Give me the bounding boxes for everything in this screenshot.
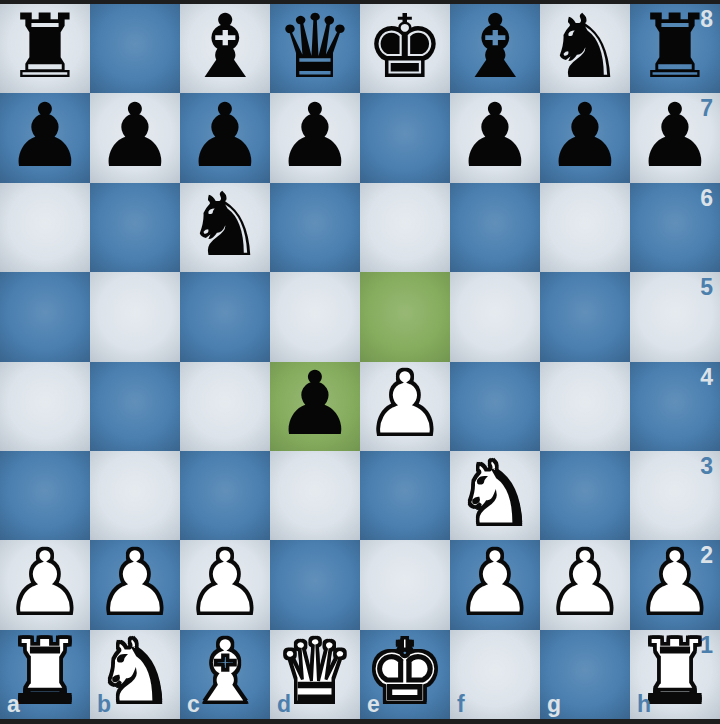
black-pawn[interactable]: ♟: [276, 362, 355, 449]
square-b2[interactable]: ♟: [90, 540, 180, 629]
square-h5[interactable]: 5: [630, 272, 720, 361]
white-pawn[interactable]: ♟: [456, 540, 535, 627]
square-d8[interactable]: ♛: [270, 4, 360, 93]
square-g6[interactable]: [540, 183, 630, 272]
square-f3[interactable]: ♞: [450, 451, 540, 540]
rank-label-4: 4: [700, 366, 713, 389]
bottom-frame-bar: [0, 719, 720, 724]
square-e1[interactable]: ♚e: [360, 630, 450, 719]
rank-label-8: 8: [700, 8, 713, 31]
square-a7[interactable]: ♟: [0, 93, 90, 182]
square-g8[interactable]: ♞: [540, 4, 630, 93]
square-d1[interactable]: ♛d: [270, 630, 360, 719]
white-pawn[interactable]: ♟: [366, 362, 445, 449]
square-a6[interactable]: [0, 183, 90, 272]
square-e3[interactable]: [360, 451, 450, 540]
black-knight[interactable]: ♞: [546, 4, 625, 91]
square-d4[interactable]: ♟: [270, 362, 360, 451]
square-h8[interactable]: ♜8: [630, 4, 720, 93]
square-c5[interactable]: [180, 272, 270, 361]
square-b5[interactable]: [90, 272, 180, 361]
white-pawn[interactable]: ♟: [546, 540, 625, 627]
square-a3[interactable]: [0, 451, 90, 540]
square-c4[interactable]: [180, 362, 270, 451]
white-knight[interactable]: ♞: [456, 451, 535, 538]
square-h1[interactable]: ♜1h: [630, 630, 720, 719]
square-b1[interactable]: ♞b: [90, 630, 180, 719]
rank-label-7: 7: [700, 97, 713, 120]
file-label-h: h: [637, 693, 651, 716]
black-pawn[interactable]: ♟: [96, 93, 175, 180]
square-e8[interactable]: ♚: [360, 4, 450, 93]
square-b7[interactable]: ♟: [90, 93, 180, 182]
square-f4[interactable]: [450, 362, 540, 451]
square-c7[interactable]: ♟: [180, 93, 270, 182]
file-label-d: d: [277, 693, 291, 716]
square-h2[interactable]: ♟2: [630, 540, 720, 629]
black-pawn[interactable]: ♟: [186, 93, 265, 180]
black-pawn[interactable]: ♟: [546, 93, 625, 180]
black-pawn[interactable]: ♟: [6, 93, 85, 180]
square-f5[interactable]: [450, 272, 540, 361]
square-d5[interactable]: [270, 272, 360, 361]
file-label-e: e: [367, 693, 380, 716]
square-e4[interactable]: ♟: [360, 362, 450, 451]
square-b6[interactable]: [90, 183, 180, 272]
square-a1[interactable]: ♜a: [0, 630, 90, 719]
square-g3[interactable]: [540, 451, 630, 540]
file-label-a: a: [7, 693, 20, 716]
black-rook[interactable]: ♜: [6, 4, 85, 91]
square-d7[interactable]: ♟: [270, 93, 360, 182]
square-f2[interactable]: ♟: [450, 540, 540, 629]
black-pawn[interactable]: ♟: [456, 93, 535, 180]
chess-app-screen: ♜♝♛♚♝♞♜8♟♟♟♟♟♟♟7♞65♟♟4♞3♟♟♟♟♟♟2♜a♞b♝c♛d♚…: [0, 0, 720, 724]
file-label-c: c: [187, 693, 200, 716]
square-e2[interactable]: [360, 540, 450, 629]
black-bishop[interactable]: ♝: [186, 4, 265, 91]
rank-label-5: 5: [700, 276, 713, 299]
square-a2[interactable]: ♟: [0, 540, 90, 629]
square-h4[interactable]: 4: [630, 362, 720, 451]
square-d3[interactable]: [270, 451, 360, 540]
black-pawn[interactable]: ♟: [276, 93, 355, 180]
rank-label-6: 6: [700, 187, 713, 210]
rank-label-1: 1: [700, 634, 713, 657]
white-pawn[interactable]: ♟: [186, 540, 265, 627]
square-h7[interactable]: ♟7: [630, 93, 720, 182]
square-g7[interactable]: ♟: [540, 93, 630, 182]
file-label-b: b: [97, 693, 111, 716]
square-a5[interactable]: [0, 272, 90, 361]
square-g4[interactable]: [540, 362, 630, 451]
square-b3[interactable]: [90, 451, 180, 540]
square-e6[interactable]: [360, 183, 450, 272]
square-d6[interactable]: [270, 183, 360, 272]
square-f1[interactable]: f: [450, 630, 540, 719]
square-f7[interactable]: ♟: [450, 93, 540, 182]
square-g1[interactable]: g: [540, 630, 630, 719]
black-king[interactable]: ♚: [366, 4, 445, 91]
square-d2[interactable]: [270, 540, 360, 629]
black-bishop[interactable]: ♝: [456, 4, 535, 91]
rank-label-2: 2: [700, 544, 713, 567]
square-g2[interactable]: ♟: [540, 540, 630, 629]
square-b8[interactable]: [90, 4, 180, 93]
square-h3[interactable]: 3: [630, 451, 720, 540]
chess-board: ♜♝♛♚♝♞♜8♟♟♟♟♟♟♟7♞65♟♟4♞3♟♟♟♟♟♟2♜a♞b♝c♛d♚…: [0, 4, 720, 719]
square-c6[interactable]: ♞: [180, 183, 270, 272]
rank-label-3: 3: [700, 455, 713, 478]
square-e7[interactable]: [360, 93, 450, 182]
square-f8[interactable]: ♝: [450, 4, 540, 93]
file-label-g: g: [547, 693, 561, 716]
square-a8[interactable]: ♜: [0, 4, 90, 93]
black-knight[interactable]: ♞: [186, 183, 265, 270]
square-e5[interactable]: [360, 272, 450, 361]
square-c8[interactable]: ♝: [180, 4, 270, 93]
white-pawn[interactable]: ♟: [96, 540, 175, 627]
square-g5[interactable]: [540, 272, 630, 361]
square-b4[interactable]: [90, 362, 180, 451]
square-c2[interactable]: ♟: [180, 540, 270, 629]
square-h6[interactable]: 6: [630, 183, 720, 272]
square-a4[interactable]: [0, 362, 90, 451]
file-label-f: f: [457, 693, 465, 716]
square-f6[interactable]: [450, 183, 540, 272]
black-queen[interactable]: ♛: [276, 4, 355, 91]
white-pawn[interactable]: ♟: [6, 540, 85, 627]
square-c3[interactable]: [180, 451, 270, 540]
square-c1[interactable]: ♝c: [180, 630, 270, 719]
